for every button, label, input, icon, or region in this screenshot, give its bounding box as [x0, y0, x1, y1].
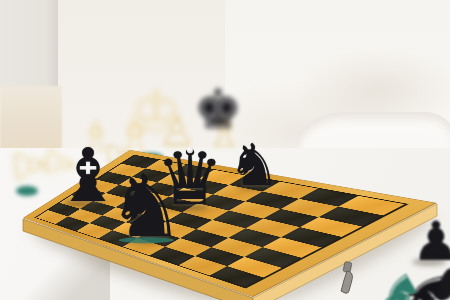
photo-stage: ♙♙♗♙♗♔♙♗♚ ♝♞♛♞ ♟♞♞	[0, 0, 450, 300]
piece-glyph: ♛	[156, 148, 224, 209]
queen-white-finial	[187, 147, 193, 153]
black-knight-e8: ♞	[228, 142, 280, 188]
felt-disc-1	[16, 186, 38, 196]
pawn-shadow	[412, 258, 446, 266]
black-king-blurred-: ♚	[194, 88, 242, 131]
piece-glyph: ♟	[412, 220, 450, 263]
piece-glyph: ♞	[228, 142, 280, 188]
felt-base-ring	[118, 237, 174, 243]
piece-glyph: ♚	[194, 88, 242, 131]
black-pawn-standing-: ♟	[412, 220, 450, 263]
cabinet-blur	[0, 0, 58, 88]
black-queen-d6: ♛	[156, 148, 224, 209]
